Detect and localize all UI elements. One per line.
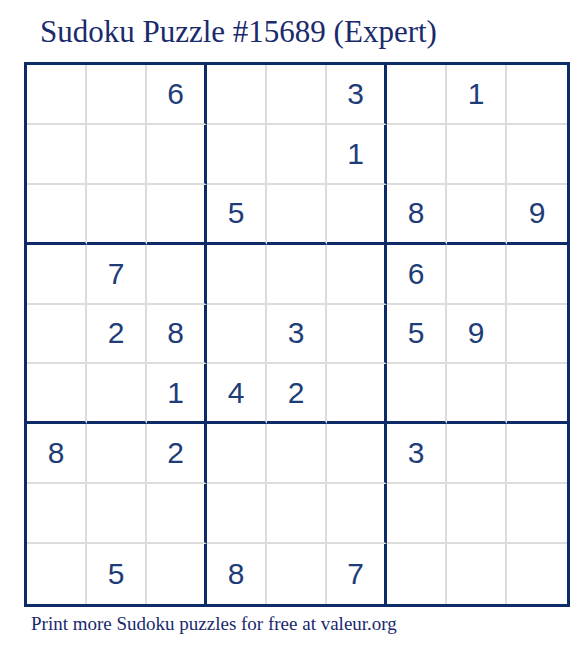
sudoku-cell-r9c1 (27, 544, 87, 604)
sudoku-cell-r4c7: 6 (387, 245, 447, 305)
sudoku-cell-r5c1 (27, 305, 87, 365)
sudoku-cell-r3c4: 5 (207, 185, 267, 245)
sudoku-cell-r1c1 (27, 65, 87, 125)
sudoku-cell-r3c2 (87, 185, 147, 245)
sudoku-cell-r6c9 (507, 364, 567, 424)
sudoku-cell-r4c1 (27, 245, 87, 305)
sudoku-cell-r7c3: 2 (147, 424, 207, 484)
page-title: Sudoku Puzzle #15689 (Expert) (40, 14, 437, 50)
sudoku-cell-r7c2 (87, 424, 147, 484)
sudoku-cell-r8c1 (27, 484, 87, 544)
sudoku-cell-r7c9 (507, 424, 567, 484)
sudoku-cell-r4c6 (327, 245, 387, 305)
sudoku-cell-r8c6 (327, 484, 387, 544)
sudoku-cell-r5c8: 9 (447, 305, 507, 365)
sudoku-cell-r8c8 (447, 484, 507, 544)
sudoku-cell-r5c6 (327, 305, 387, 365)
sudoku-cell-r1c5 (267, 65, 327, 125)
sudoku-page: Sudoku Puzzle #15689 (Expert) 6311589762… (0, 0, 580, 651)
sudoku-cell-r2c8 (447, 125, 507, 185)
sudoku-cell-r5c2: 2 (87, 305, 147, 365)
footer-text: Print more Sudoku puzzles for free at va… (31, 613, 397, 635)
sudoku-cell-r3c1 (27, 185, 87, 245)
sudoku-cell-r3c8 (447, 185, 507, 245)
sudoku-cell-r6c5: 2 (267, 364, 327, 424)
sudoku-cell-r9c2: 5 (87, 544, 147, 604)
sudoku-cell-r5c5: 3 (267, 305, 327, 365)
sudoku-cell-r2c2 (87, 125, 147, 185)
sudoku-cell-r9c3 (147, 544, 207, 604)
sudoku-cell-r2c9 (507, 125, 567, 185)
sudoku-cell-r1c3: 6 (147, 65, 207, 125)
sudoku-cell-r3c9: 9 (507, 185, 567, 245)
sudoku-cell-r7c6 (327, 424, 387, 484)
sudoku-cell-r5c7: 5 (387, 305, 447, 365)
sudoku-cell-r6c8 (447, 364, 507, 424)
sudoku-cell-r4c9 (507, 245, 567, 305)
sudoku-cell-r6c3: 1 (147, 364, 207, 424)
sudoku-cell-r7c5 (267, 424, 327, 484)
sudoku-cell-r1c6: 3 (327, 65, 387, 125)
sudoku-cell-r4c2: 7 (87, 245, 147, 305)
sudoku-cell-r2c6: 1 (327, 125, 387, 185)
sudoku-cell-r7c1: 8 (27, 424, 87, 484)
sudoku-cell-r3c6 (327, 185, 387, 245)
sudoku-cell-r5c9 (507, 305, 567, 365)
sudoku-cell-r4c8 (447, 245, 507, 305)
sudoku-cell-r9c4: 8 (207, 544, 267, 604)
sudoku-cell-r7c4 (207, 424, 267, 484)
sudoku-cell-r7c7: 3 (387, 424, 447, 484)
sudoku-cell-r8c2 (87, 484, 147, 544)
sudoku-cell-r9c5 (267, 544, 327, 604)
sudoku-cell-r9c8 (447, 544, 507, 604)
sudoku-cell-r8c9 (507, 484, 567, 544)
sudoku-cell-r4c3 (147, 245, 207, 305)
sudoku-cell-r2c4 (207, 125, 267, 185)
sudoku-cell-r6c6 (327, 364, 387, 424)
sudoku-cell-r9c6: 7 (327, 544, 387, 604)
sudoku-board: 63115897628359142823587 (24, 62, 570, 607)
sudoku-cell-r6c2 (87, 364, 147, 424)
sudoku-cell-r9c7 (387, 544, 447, 604)
sudoku-cell-r8c5 (267, 484, 327, 544)
sudoku-cell-r8c4 (207, 484, 267, 544)
sudoku-cell-r6c7 (387, 364, 447, 424)
sudoku-cell-r4c5 (267, 245, 327, 305)
sudoku-cell-r8c7 (387, 484, 447, 544)
sudoku-cell-r3c5 (267, 185, 327, 245)
sudoku-cell-r2c5 (267, 125, 327, 185)
sudoku-cell-r1c9 (507, 65, 567, 125)
sudoku-cell-r2c7 (387, 125, 447, 185)
sudoku-cell-r8c3 (147, 484, 207, 544)
sudoku-cell-r4c4 (207, 245, 267, 305)
sudoku-cell-r3c3 (147, 185, 207, 245)
sudoku-cell-r2c3 (147, 125, 207, 185)
sudoku-cell-r1c7 (387, 65, 447, 125)
sudoku-cell-r5c3: 8 (147, 305, 207, 365)
sudoku-cell-r9c9 (507, 544, 567, 604)
sudoku-cell-r6c4: 4 (207, 364, 267, 424)
sudoku-cell-r5c4 (207, 305, 267, 365)
sudoku-cell-r7c8 (447, 424, 507, 484)
sudoku-cell-r3c7: 8 (387, 185, 447, 245)
sudoku-cell-r6c1 (27, 364, 87, 424)
sudoku-cell-r1c8: 1 (447, 65, 507, 125)
sudoku-cell-r1c2 (87, 65, 147, 125)
sudoku-cell-r1c4 (207, 65, 267, 125)
sudoku-cell-r2c1 (27, 125, 87, 185)
